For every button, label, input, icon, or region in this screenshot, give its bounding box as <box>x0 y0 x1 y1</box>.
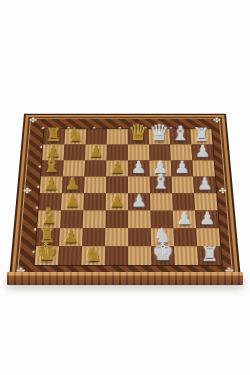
piece-silver-pawn: ♟ <box>131 159 146 176</box>
square-e4[interactable]: ♟ <box>128 193 150 210</box>
square-g5[interactable] <box>171 177 194 194</box>
piece-gold-pawn: ♟ <box>88 143 103 160</box>
square-c6[interactable] <box>84 160 106 176</box>
inlay-flower-icon: ✤ <box>213 117 221 124</box>
piece-silver-bishop: ♝ <box>172 124 190 144</box>
square-h7[interactable]: ♟ <box>191 145 213 161</box>
square-c3[interactable] <box>83 210 106 228</box>
piece-gold-pawn: ♟ <box>43 176 58 193</box>
chess-board-scene: ✤ ✤ ✤ ✤ ✤ ✤ ♜♞♛♛♝♜♟♟♟♝♟♟♟♟♟♟♝♟♟♟♟♝♟♟♜♟♞♚… <box>17 83 233 299</box>
piece-gold-pawn: ♟ <box>109 192 124 209</box>
square-g2[interactable] <box>173 228 197 246</box>
piece-gold-pawn: ♟ <box>110 159 125 176</box>
square-c5[interactable] <box>84 177 106 194</box>
piece-gold-queen: ♛ <box>129 122 149 144</box>
square-f5[interactable]: ♝ <box>150 177 172 194</box>
square-b4[interactable]: ♟ <box>61 193 84 210</box>
piece-gold-knight: ♞ <box>67 126 83 144</box>
inlay-flower-icon: ✤ <box>23 187 32 195</box>
square-h5[interactable]: ♟ <box>193 177 216 194</box>
square-b8[interactable]: ♞ <box>64 129 86 144</box>
square-d2[interactable] <box>105 228 128 246</box>
square-e2[interactable] <box>128 228 151 246</box>
square-h1[interactable]: ♜ <box>197 246 221 265</box>
piece-silver-pawn: ♟ <box>131 192 146 209</box>
square-g6[interactable]: ♟ <box>171 160 193 176</box>
square-b1[interactable] <box>58 246 82 265</box>
square-e1[interactable] <box>128 246 151 265</box>
square-h3[interactable]: ♟ <box>195 210 219 228</box>
square-g1[interactable] <box>174 246 198 265</box>
square-e3[interactable] <box>128 210 151 228</box>
piece-gold-knight: ♞ <box>84 244 102 264</box>
square-f8[interactable]: ♛ <box>149 129 170 144</box>
piece-gold-king: ♚ <box>36 240 58 264</box>
square-d1[interactable] <box>105 246 128 265</box>
square-c4[interactable] <box>83 193 106 210</box>
square-c1[interactable]: ♞ <box>81 246 105 265</box>
piece-gold-pawn: ♟ <box>63 228 79 246</box>
square-g8[interactable]: ♝ <box>170 129 192 144</box>
piece-gold-pawn: ♟ <box>64 192 79 209</box>
piece-silver-bishop: ♝ <box>152 172 171 193</box>
chess-board: ✤ ✤ ✤ ✤ ✤ ✤ ♜♞♛♛♝♜♟♟♟♝♟♟♟♟♟♟♝♟♟♟♟♝♟♟♜♟♞♚… <box>9 114 241 280</box>
square-d6[interactable]: ♟ <box>106 160 128 176</box>
piece-silver-pawn: ♟ <box>195 143 210 160</box>
piece-silver-king: ♚ <box>152 240 174 264</box>
piece-silver-pawn: ♟ <box>177 210 193 228</box>
piece-silver-rook: ♜ <box>201 244 219 264</box>
square-c7[interactable]: ♟ <box>85 145 107 161</box>
square-g3[interactable]: ♟ <box>173 210 196 228</box>
inlay-flower-icon: ✤ <box>29 117 37 124</box>
piece-silver-pawn: ♟ <box>200 210 216 228</box>
board-front-edge <box>7 272 243 285</box>
piece-silver-pawn: ♟ <box>175 159 190 176</box>
product-photo: ✤ ✤ ✤ ✤ ✤ ✤ ♜♞♛♛♝♜♟♟♟♝♟♟♟♟♟♟♝♟♟♟♟♝♟♟♜♟♞♚… <box>0 0 250 375</box>
square-b2[interactable]: ♟ <box>59 228 83 246</box>
square-a5[interactable]: ♟ <box>40 177 63 194</box>
square-b7[interactable] <box>64 145 86 161</box>
inlay-flower-icon: ✤ <box>218 187 227 195</box>
square-d3[interactable] <box>105 210 128 228</box>
square-f1[interactable]: ♚ <box>151 246 175 265</box>
piece-silver-pawn: ♟ <box>197 176 212 193</box>
square-e6[interactable]: ♟ <box>128 160 150 176</box>
piece-silver-queen: ♛ <box>150 122 170 144</box>
square-d8[interactable] <box>107 129 128 144</box>
board-grid: ♜♞♛♛♝♜♟♟♟♝♟♟♟♟♟♟♝♟♟♟♟♝♟♟♜♟♞♚♞♚♜ <box>34 129 223 266</box>
square-d4[interactable]: ♟ <box>106 193 128 210</box>
square-a1[interactable]: ♚ <box>35 246 59 265</box>
square-f4[interactable] <box>150 193 173 210</box>
square-e8[interactable]: ♛ <box>128 129 149 144</box>
